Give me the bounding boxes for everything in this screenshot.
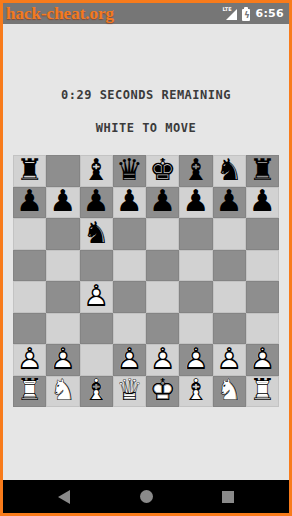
status-icons: LTE ϟ 6:56 [222, 7, 284, 21]
square-e8[interactable]: ♚ [146, 155, 179, 187]
piece-glyph: ♚ [146, 154, 179, 186]
square-f1[interactable]: ♝♗ [179, 376, 212, 408]
piece-white-pawn[interactable]: ♟♙ [246, 344, 279, 376]
piece-glyph: ♟ [46, 186, 79, 218]
piece-glyph: ♛ [113, 154, 146, 186]
piece-black-king[interactable]: ♚ [146, 155, 179, 187]
square-a4[interactable] [13, 281, 46, 313]
piece-white-knight[interactable]: ♞♘ [213, 376, 246, 408]
square-a7[interactable]: ♟ [13, 187, 46, 219]
piece-outline: ♘ [46, 375, 79, 407]
piece-white-rook[interactable]: ♜♖ [246, 376, 279, 408]
piece-white-pawn[interactable]: ♟♙ [13, 344, 46, 376]
piece-black-pawn[interactable]: ♟ [13, 187, 46, 219]
square-d3[interactable] [113, 313, 146, 345]
timer-text: 0:29 SECONDS REMAINING [3, 88, 289, 102]
piece-white-queen[interactable]: ♛♕ [113, 376, 146, 408]
square-g6[interactable] [213, 218, 246, 250]
piece-black-rook[interactable]: ♜ [246, 155, 279, 187]
piece-glyph: ♞ [213, 154, 246, 186]
recents-button[interactable] [222, 491, 234, 503]
piece-outline: ♙ [13, 343, 46, 375]
piece-glyph: ♜ [13, 154, 46, 186]
square-c6[interactable]: ♞ [80, 218, 113, 250]
square-b4[interactable] [46, 281, 79, 313]
square-e6[interactable] [146, 218, 179, 250]
piece-glyph: ♟ [246, 186, 279, 218]
piece-glyph: ♜ [246, 154, 279, 186]
piece-black-pawn[interactable]: ♟ [213, 187, 246, 219]
phone-screen: hack-cheat.org LTE ϟ 6:56 0:29 SECONDS R… [0, 0, 292, 516]
piece-black-knight[interactable]: ♞ [213, 155, 246, 187]
square-h1[interactable]: ♜♖ [246, 376, 279, 408]
piece-black-bishop[interactable]: ♝ [80, 155, 113, 187]
square-g2[interactable]: ♟♙ [213, 344, 246, 376]
piece-outline: ♖ [246, 375, 279, 407]
piece-white-pawn[interactable]: ♟♙ [146, 344, 179, 376]
status-bar: hack-cheat.org LTE ϟ 6:56 [3, 3, 289, 24]
piece-black-pawn[interactable]: ♟ [113, 187, 146, 219]
square-e3[interactable] [146, 313, 179, 345]
square-a3[interactable] [13, 313, 46, 345]
signal-triangle-icon [226, 9, 237, 20]
home-button[interactable] [140, 490, 153, 503]
square-f7[interactable]: ♟ [179, 187, 212, 219]
piece-white-pawn[interactable]: ♟♙ [80, 281, 113, 313]
piece-glyph: ♟ [179, 186, 212, 218]
back-button[interactable] [58, 490, 70, 504]
square-h6[interactable] [246, 218, 279, 250]
piece-outline: ♕ [113, 375, 146, 407]
android-nav-bar [3, 480, 289, 513]
turn-indicator: WHITE TO MOVE [3, 121, 289, 135]
square-a6[interactable] [13, 218, 46, 250]
piece-outline: ♔ [146, 375, 179, 407]
square-b3[interactable] [46, 313, 79, 345]
square-g3[interactable] [213, 313, 246, 345]
square-g4[interactable] [213, 281, 246, 313]
piece-black-pawn[interactable]: ♟ [146, 187, 179, 219]
square-h5[interactable] [246, 250, 279, 282]
piece-white-pawn[interactable]: ♟♙ [113, 344, 146, 376]
square-d7[interactable]: ♟ [113, 187, 146, 219]
square-f4[interactable] [179, 281, 212, 313]
piece-white-rook[interactable]: ♜♖ [13, 376, 46, 408]
watermark-text: hack-cheat.org [6, 3, 114, 24]
piece-glyph: ♟ [13, 186, 46, 218]
square-e2[interactable]: ♟♙ [146, 344, 179, 376]
square-g1[interactable]: ♞♘ [213, 376, 246, 408]
square-e5[interactable] [146, 250, 179, 282]
square-d4[interactable] [113, 281, 146, 313]
square-c1[interactable]: ♝♗ [80, 376, 113, 408]
piece-glyph: ♞ [80, 217, 113, 249]
square-f8[interactable]: ♝ [179, 155, 212, 187]
square-a1[interactable]: ♜♖ [13, 376, 46, 408]
square-h4[interactable] [246, 281, 279, 313]
square-f6[interactable] [179, 218, 212, 250]
square-e7[interactable]: ♟ [146, 187, 179, 219]
square-f5[interactable] [179, 250, 212, 282]
square-f2[interactable]: ♟♙ [179, 344, 212, 376]
square-f3[interactable] [179, 313, 212, 345]
square-d2[interactable]: ♟♙ [113, 344, 146, 376]
signal-icon: LTE [222, 7, 237, 21]
piece-black-queen[interactable]: ♛ [113, 155, 146, 187]
piece-white-bishop[interactable]: ♝♗ [80, 376, 113, 408]
square-c8[interactable]: ♝ [80, 155, 113, 187]
square-h7[interactable]: ♟ [246, 187, 279, 219]
piece-outline: ♗ [179, 375, 212, 407]
piece-outline: ♘ [213, 375, 246, 407]
piece-outline: ♗ [80, 375, 113, 407]
piece-white-pawn[interactable]: ♟♙ [179, 344, 212, 376]
piece-white-pawn[interactable]: ♟♙ [46, 344, 79, 376]
piece-white-knight[interactable]: ♞♘ [46, 376, 79, 408]
square-h8[interactable]: ♜ [246, 155, 279, 187]
square-c4[interactable]: ♟♙ [80, 281, 113, 313]
piece-white-pawn[interactable]: ♟♙ [213, 344, 246, 376]
battery-icon: ϟ [242, 7, 250, 21]
square-g5[interactable] [213, 250, 246, 282]
square-b8[interactable] [46, 155, 79, 187]
piece-white-bishop[interactable]: ♝♗ [179, 376, 212, 408]
square-d6[interactable] [113, 218, 146, 250]
square-h2[interactable]: ♟♙ [246, 344, 279, 376]
chess-board: ♜♝♛♚♝♞♜♟♟♟♟♟♟♟♟♞♟♙♟♙♟♙♟♙♟♙♟♙♟♙♟♙♜♖♞♘♝♗♛♕… [13, 155, 279, 407]
square-c3[interactable] [80, 313, 113, 345]
piece-outline: ♖ [13, 375, 46, 407]
piece-black-pawn[interactable]: ♟ [246, 187, 279, 219]
piece-glyph: ♟ [80, 186, 113, 218]
piece-outline: ♙ [213, 343, 246, 375]
piece-glyph: ♟ [213, 186, 246, 218]
piece-glyph: ♝ [179, 154, 212, 186]
square-g8[interactable]: ♞ [213, 155, 246, 187]
piece-black-pawn[interactable]: ♟ [46, 187, 79, 219]
square-c2[interactable] [80, 344, 113, 376]
piece-outline: ♙ [179, 343, 212, 375]
piece-black-rook[interactable]: ♜ [13, 155, 46, 187]
square-b7[interactable]: ♟ [46, 187, 79, 219]
square-a2[interactable]: ♟♙ [13, 344, 46, 376]
piece-black-pawn[interactable]: ♟ [80, 187, 113, 219]
square-d1[interactable]: ♛♕ [113, 376, 146, 408]
square-b6[interactable] [46, 218, 79, 250]
square-g7[interactable]: ♟ [213, 187, 246, 219]
square-a5[interactable] [13, 250, 46, 282]
piece-white-king[interactable]: ♚♔ [146, 376, 179, 408]
piece-outline: ♙ [113, 343, 146, 375]
square-c5[interactable] [80, 250, 113, 282]
square-e1[interactable]: ♚♔ [146, 376, 179, 408]
square-a8[interactable]: ♜ [13, 155, 46, 187]
square-e4[interactable] [146, 281, 179, 313]
square-c7[interactable]: ♟ [80, 187, 113, 219]
square-b1[interactable]: ♞♘ [46, 376, 79, 408]
piece-black-knight[interactable]: ♞ [80, 218, 113, 250]
square-b5[interactable] [46, 250, 79, 282]
status-time: 6:56 [255, 7, 284, 20]
piece-outline: ♙ [80, 280, 113, 312]
piece-black-bishop[interactable]: ♝ [179, 155, 212, 187]
piece-glyph: ♟ [113, 186, 146, 218]
piece-black-pawn[interactable]: ♟ [179, 187, 212, 219]
piece-outline: ♙ [46, 343, 79, 375]
piece-outline: ♙ [246, 343, 279, 375]
charging-bolt-icon: ϟ [244, 10, 250, 20]
square-d5[interactable] [113, 250, 146, 282]
square-h3[interactable] [246, 313, 279, 345]
piece-glyph: ♟ [146, 186, 179, 218]
piece-outline: ♙ [146, 343, 179, 375]
piece-glyph: ♝ [80, 154, 113, 186]
square-b2[interactable]: ♟♙ [46, 344, 79, 376]
square-d8[interactable]: ♛ [113, 155, 146, 187]
